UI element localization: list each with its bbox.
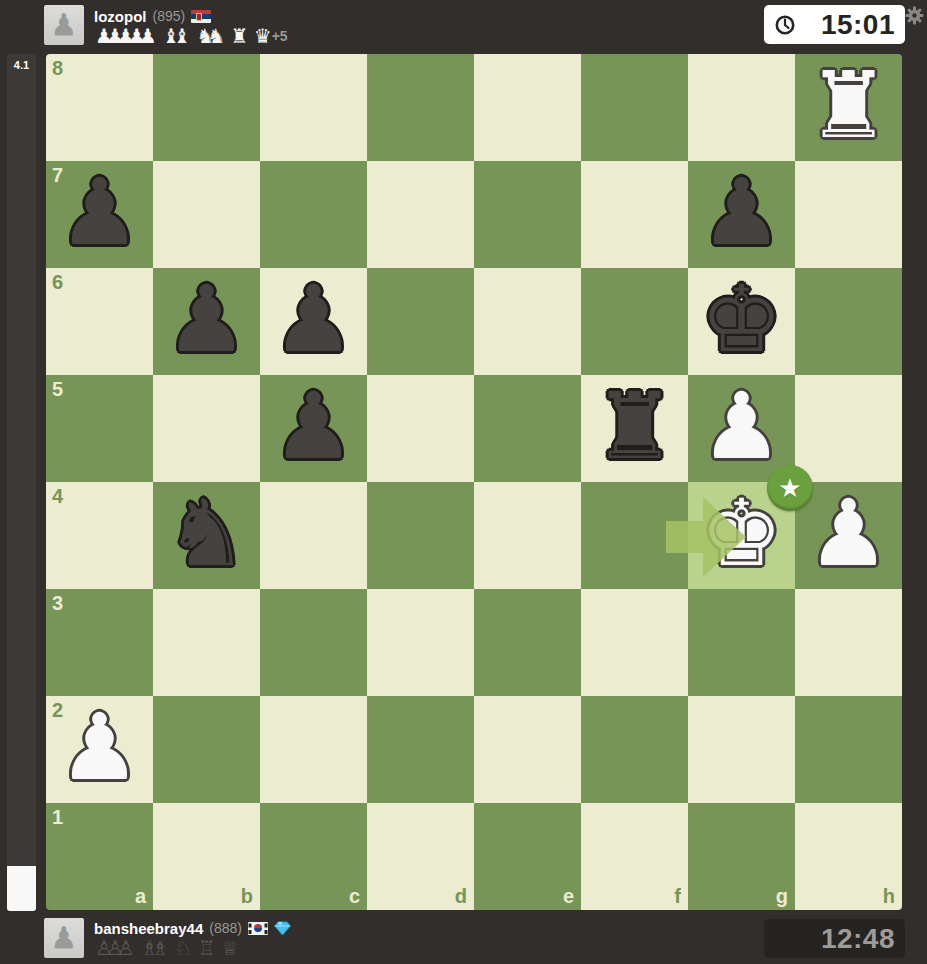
bottom-player-avatar[interactable]: ♟ xyxy=(44,918,84,958)
square-e3[interactable] xyxy=(474,589,581,696)
square-f6[interactable] xyxy=(581,268,688,375)
square-b3[interactable] xyxy=(153,589,260,696)
evaluation-bar: 4.1 xyxy=(7,54,36,911)
piece-bP-g7[interactable]: ♟ xyxy=(688,161,795,268)
square-h6[interactable] xyxy=(795,268,902,375)
square-d5[interactable] xyxy=(367,375,474,482)
square-b8[interactable] xyxy=(153,54,260,161)
square-d8[interactable] xyxy=(367,54,474,161)
square-c2[interactable] xyxy=(260,696,367,803)
piece-bP-c6[interactable]: ♟ xyxy=(260,268,367,375)
square-a2[interactable]: 2♟ xyxy=(46,696,153,803)
piece-bK-g6[interactable]: ♚ xyxy=(688,268,795,375)
square-b4[interactable]: ♞ xyxy=(153,482,260,589)
avatar-pawn-icon: ♟ xyxy=(51,5,78,45)
square-f5[interactable]: ♜ xyxy=(581,375,688,482)
file-label-g: g xyxy=(776,885,788,908)
material-advantage: +5 xyxy=(272,28,288,44)
diamond-icon xyxy=(274,921,291,936)
serbia-flag-icon xyxy=(191,10,211,23)
top-player-clock: 15:01 xyxy=(764,5,905,44)
square-f8[interactable] xyxy=(581,54,688,161)
square-e1[interactable]: e xyxy=(474,803,581,910)
square-h2[interactable] xyxy=(795,696,902,803)
bottom-player-clock: 12:48 xyxy=(764,919,905,958)
clock-icon xyxy=(774,14,796,36)
piece-wR-h8[interactable]: ♜ xyxy=(795,54,902,161)
square-f4[interactable] xyxy=(581,482,688,589)
file-label-d: d xyxy=(455,885,467,908)
south-korea-flag-icon xyxy=(248,922,268,935)
piece-bR-f5[interactable]: ♜ xyxy=(581,375,688,482)
file-label-c: c xyxy=(349,885,360,908)
rank-label-4: 4 xyxy=(52,485,63,508)
square-d7[interactable] xyxy=(367,161,474,268)
file-label-a: a xyxy=(135,885,146,908)
square-f3[interactable] xyxy=(581,589,688,696)
bottom-player-name-row: bansheebray44 (888) xyxy=(94,919,291,937)
star-icon: ★ xyxy=(778,465,801,511)
file-label-f: f xyxy=(674,885,681,908)
square-e5[interactable] xyxy=(474,375,581,482)
chess-board[interactable]: 8♜7♟♟6♟♟♚5♟♜♟4♞♚♟32♟1abcdefgh ★ xyxy=(46,54,902,910)
square-e2[interactable] xyxy=(474,696,581,803)
top-player-avatar[interactable]: ♟ xyxy=(44,5,84,45)
evaluation-value: 4.1 xyxy=(7,59,36,71)
square-f7[interactable] xyxy=(581,161,688,268)
square-c4[interactable] xyxy=(260,482,367,589)
square-a6[interactable]: 6 xyxy=(46,268,153,375)
square-b5[interactable] xyxy=(153,375,260,482)
square-a1[interactable]: 1a xyxy=(46,803,153,910)
square-d2[interactable] xyxy=(367,696,474,803)
square-h8[interactable]: ♜ xyxy=(795,54,902,161)
piece-bP-b6[interactable]: ♟ xyxy=(153,268,260,375)
square-b1[interactable]: b xyxy=(153,803,260,910)
captured-white-pieces: ♟♟♟♟♟ ♝♝ ♞♞ ♜ ♛ xyxy=(95,24,272,48)
piece-bP-c5[interactable]: ♟ xyxy=(260,375,367,482)
avatar-pawn-icon: ♟ xyxy=(51,918,78,958)
square-g3[interactable] xyxy=(688,589,795,696)
square-g2[interactable] xyxy=(688,696,795,803)
top-player-name-row: lozopol (895) xyxy=(94,7,211,25)
square-a7[interactable]: 7♟ xyxy=(46,161,153,268)
top-player-name[interactable]: lozopol xyxy=(94,8,147,25)
square-a4[interactable]: 4 xyxy=(46,482,153,589)
square-a3[interactable]: 3 xyxy=(46,589,153,696)
top-player-rating: (895) xyxy=(153,8,186,24)
rank-label-6: 6 xyxy=(52,271,63,294)
square-e4[interactable] xyxy=(474,482,581,589)
square-b6[interactable]: ♟ xyxy=(153,268,260,375)
square-h7[interactable] xyxy=(795,161,902,268)
bottom-player-name[interactable]: bansheebray44 xyxy=(94,920,203,937)
square-c1[interactable]: c xyxy=(260,803,367,910)
rank-label-1: 1 xyxy=(52,806,63,829)
square-f2[interactable] xyxy=(581,696,688,803)
gear-icon[interactable] xyxy=(905,6,924,25)
square-f1[interactable]: f xyxy=(581,803,688,910)
rank-label-8: 8 xyxy=(52,57,63,80)
piece-bN-b4[interactable]: ♞ xyxy=(153,482,260,589)
top-clock-time: 15:01 xyxy=(796,9,905,41)
square-h5[interactable] xyxy=(795,375,902,482)
best-move-star-badge: ★ xyxy=(767,465,813,511)
square-g7[interactable]: ♟ xyxy=(688,161,795,268)
square-g6[interactable]: ♚ xyxy=(688,268,795,375)
square-b2[interactable] xyxy=(153,696,260,803)
square-c8[interactable] xyxy=(260,54,367,161)
square-g8[interactable] xyxy=(688,54,795,161)
piece-bP-a7[interactable]: ♟ xyxy=(46,161,153,268)
rank-label-3: 3 xyxy=(52,592,63,615)
square-h3[interactable] xyxy=(795,589,902,696)
piece-wP-h4[interactable]: ♟ xyxy=(795,482,902,589)
square-c3[interactable] xyxy=(260,589,367,696)
evaluation-bar-white-section xyxy=(7,866,36,911)
square-c7[interactable] xyxy=(260,161,367,268)
square-h4[interactable]: ♟ xyxy=(795,482,902,589)
square-a8[interactable]: 8 xyxy=(46,54,153,161)
square-c6[interactable]: ♟ xyxy=(260,268,367,375)
square-d3[interactable] xyxy=(367,589,474,696)
file-label-b: b xyxy=(241,885,253,908)
square-g1[interactable]: g xyxy=(688,803,795,910)
top-player-captured-row: ♟♟♟♟♟ ♝♝ ♞♞ ♜ ♛ +5 xyxy=(95,24,288,48)
square-c5[interactable]: ♟ xyxy=(260,375,367,482)
square-e7[interactable] xyxy=(474,161,581,268)
bottom-clock-time: 12:48 xyxy=(764,923,905,955)
file-label-e: e xyxy=(563,885,574,908)
rank-label-5: 5 xyxy=(52,378,63,401)
square-e6[interactable] xyxy=(474,268,581,375)
bottom-player-rating: (888) xyxy=(209,920,242,936)
square-b7[interactable] xyxy=(153,161,260,268)
piece-wP-a2[interactable]: ♟ xyxy=(46,696,153,803)
captured-black-pieces: ♙♙♙ ♗♗ ♘ ♖ ♕ xyxy=(95,936,239,960)
square-a5[interactable]: 5 xyxy=(46,375,153,482)
square-h1[interactable]: h xyxy=(795,803,902,910)
square-d4[interactable] xyxy=(367,482,474,589)
square-e8[interactable] xyxy=(474,54,581,161)
square-d1[interactable]: d xyxy=(367,803,474,910)
bottom-player-captured-row: ♙♙♙ ♗♗ ♘ ♖ ♕ xyxy=(95,936,239,960)
file-label-h: h xyxy=(883,885,895,908)
square-d6[interactable] xyxy=(367,268,474,375)
